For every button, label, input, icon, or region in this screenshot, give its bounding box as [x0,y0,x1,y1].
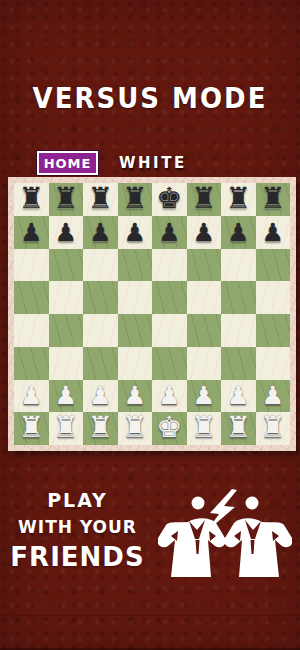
square-d5[interactable] [118,281,153,314]
black-rook: ♜ [225,184,251,213]
square-b8[interactable]: ♜ [49,183,84,216]
square-h4[interactable] [256,314,291,347]
white-rook: ♜ [122,413,148,442]
lightning-bolt-icon [207,489,237,531]
white-rook: ♜ [87,413,113,442]
chess-board[interactable]: ♜♜♜♜♚♜♜♜♟♟♟♟♟♟♟♟♟♟♟♟♟♟♟♟♜♜♜♜♚♜♜♜ [8,177,296,451]
footer-line-3: FRIENDS [5,541,150,573]
turn-indicator: WHITE [119,154,187,172]
white-pawn: ♟ [124,383,146,408]
footer-line-2: WITH YOUR [5,517,150,538]
square-a5[interactable] [14,281,49,314]
square-c1[interactable]: ♜ [83,412,118,445]
square-c7[interactable]: ♟ [83,216,118,249]
square-h8[interactable]: ♜ [256,183,291,216]
square-d2[interactable]: ♟ [118,380,153,413]
black-rook: ♜ [191,184,217,213]
square-f8[interactable]: ♜ [187,183,222,216]
white-pawn: ♟ [55,383,77,408]
black-rook: ♜ [18,184,44,213]
square-h6[interactable] [256,249,291,282]
square-d6[interactable] [118,249,153,282]
square-c8[interactable]: ♜ [83,183,118,216]
black-rook: ♜ [53,184,79,213]
white-rook: ♜ [18,413,44,442]
square-b4[interactable] [49,314,84,347]
square-d1[interactable]: ♜ [118,412,153,445]
square-g8[interactable]: ♜ [221,183,256,216]
board-grid: ♜♜♜♜♚♜♜♜♟♟♟♟♟♟♟♟♟♟♟♟♟♟♟♟♜♜♜♜♚♜♜♜ [14,183,290,445]
square-a1[interactable]: ♜ [14,412,49,445]
background-seam [0,615,300,616]
page-title: VERSUS MODE [0,82,300,114]
square-h2[interactable]: ♟ [256,380,291,413]
square-g2[interactable]: ♟ [221,380,256,413]
square-b6[interactable] [49,249,84,282]
black-pawn: ♟ [227,220,249,245]
white-king: ♚ [156,413,182,442]
square-a4[interactable] [14,314,49,347]
square-e6[interactable] [152,249,187,282]
square-f7[interactable]: ♟ [187,216,222,249]
white-pawn: ♟ [158,383,180,408]
square-c5[interactable] [83,281,118,314]
square-g6[interactable] [221,249,256,282]
square-e4[interactable] [152,314,187,347]
square-g5[interactable] [221,281,256,314]
square-h5[interactable] [256,281,291,314]
square-c3[interactable] [83,347,118,380]
square-b2[interactable]: ♟ [49,380,84,413]
white-rook: ♜ [225,413,251,442]
black-pawn: ♟ [158,220,180,245]
square-h3[interactable] [256,347,291,380]
square-f6[interactable] [187,249,222,282]
square-b1[interactable]: ♜ [49,412,84,445]
square-c2[interactable]: ♟ [83,380,118,413]
square-f2[interactable]: ♟ [187,380,222,413]
square-a8[interactable]: ♜ [14,183,49,216]
white-pawn: ♟ [193,383,215,408]
square-a6[interactable] [14,249,49,282]
white-pawn: ♟ [262,383,284,408]
white-rook: ♜ [260,413,286,442]
white-rook: ♜ [53,413,79,442]
black-pawn: ♟ [193,220,215,245]
black-pawn: ♟ [89,220,111,245]
square-e5[interactable] [152,281,187,314]
square-c4[interactable] [83,314,118,347]
square-b5[interactable] [49,281,84,314]
black-rook: ♜ [122,184,148,213]
square-g1[interactable]: ♜ [221,412,256,445]
square-g4[interactable] [221,314,256,347]
footer-tagline: PLAY WITH YOUR FRIENDS [5,489,150,572]
white-pawn: ♟ [89,383,111,408]
two-players-versus-icon [158,488,292,580]
black-pawn: ♟ [55,220,77,245]
square-f5[interactable] [187,281,222,314]
black-pawn: ♟ [262,220,284,245]
black-king: ♚ [156,184,182,213]
square-a3[interactable] [14,347,49,380]
black-rook: ♜ [260,184,286,213]
square-f1[interactable]: ♜ [187,412,222,445]
white-pawn: ♟ [227,383,249,408]
versus-mode-screen: VERSUS MODE HOME WHITE ♜♜♜♜♚♜♜♜♟♟♟♟♟♟♟♟♟… [0,0,300,650]
square-f4[interactable] [187,314,222,347]
white-pawn: ♟ [20,383,42,408]
footer-line-1: PLAY [5,488,150,511]
square-g7[interactable]: ♟ [221,216,256,249]
square-b7[interactable]: ♟ [49,216,84,249]
square-a2[interactable]: ♟ [14,380,49,413]
square-g3[interactable] [221,347,256,380]
square-c6[interactable] [83,249,118,282]
black-pawn: ♟ [124,220,146,245]
square-e7[interactable]: ♟ [152,216,187,249]
square-d7[interactable]: ♟ [118,216,153,249]
black-rook: ♜ [87,184,113,213]
white-rook: ♜ [191,413,217,442]
square-b3[interactable] [49,347,84,380]
square-e3[interactable] [152,347,187,380]
square-h1[interactable]: ♜ [256,412,291,445]
square-d8[interactable]: ♜ [118,183,153,216]
square-f3[interactable] [187,347,222,380]
home-button[interactable]: HOME [37,151,98,175]
square-e2[interactable]: ♟ [152,380,187,413]
square-e1[interactable]: ♚ [152,412,187,445]
square-d3[interactable] [118,347,153,380]
square-h7[interactable]: ♟ [256,216,291,249]
square-a7[interactable]: ♟ [14,216,49,249]
square-d4[interactable] [118,314,153,347]
square-e8[interactable]: ♚ [152,183,187,216]
black-pawn: ♟ [20,220,42,245]
